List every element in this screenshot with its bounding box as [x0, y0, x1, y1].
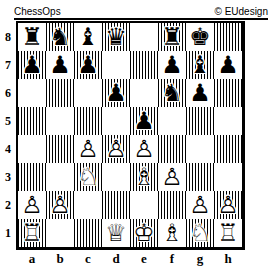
piece-white-pawn[interactable]: ♟♙ [130, 135, 158, 163]
square-a3[interactable] [18, 163, 46, 191]
square-f2[interactable] [158, 191, 186, 219]
square-e6[interactable] [130, 79, 158, 107]
title-bar: ChessOps © EUdesign [14, 0, 268, 20]
square-f7[interactable]: ♟ [158, 51, 186, 79]
board: ♜♞♝♛♜♚♟♟♟♟♝♟♟♞♟♟♟♙♟♙♟♙♞♘♝♗♟♙♟♙♟♙♟♙♟♙♜♖♛♕… [18, 23, 242, 247]
piece-white-knight-outline: ♘ [186, 219, 214, 247]
piece-black-pawn[interactable]: ♟ [18, 51, 46, 79]
square-f6[interactable]: ♞ [158, 79, 186, 107]
square-c1[interactable] [74, 219, 102, 247]
piece-white-bishop[interactable]: ♝♗ [130, 163, 158, 191]
square-g1[interactable]: ♞♘ [186, 219, 214, 247]
piece-white-pawn-outline: ♙ [214, 191, 242, 219]
square-e3[interactable]: ♝♗ [130, 163, 158, 191]
square-f1[interactable]: ♝♗ [158, 219, 186, 247]
file-label-f: f [158, 250, 186, 268]
piece-white-pawn-outline: ♙ [130, 135, 158, 163]
square-d7[interactable] [102, 51, 130, 79]
square-g7[interactable]: ♝ [186, 51, 214, 79]
square-d2[interactable] [102, 191, 130, 219]
piece-black-pawn[interactable]: ♟ [158, 51, 186, 79]
square-a8[interactable]: ♜ [18, 23, 46, 51]
square-h4[interactable] [214, 135, 242, 163]
square-g2[interactable]: ♟♙ [186, 191, 214, 219]
square-d1[interactable]: ♛♕ [102, 219, 130, 247]
rank-label-8: 8 [0, 23, 16, 51]
board-area: 87654321 ♜♞♝♛♜♚♟♟♟♟♝♟♟♞♟♟♟♙♟♙♟♙♞♘♝♗♟♙♟♙♟… [0, 21, 270, 250]
piece-black-pawn[interactable]: ♟ [46, 51, 74, 79]
square-f5[interactable] [158, 107, 186, 135]
square-b1[interactable] [46, 219, 74, 247]
piece-black-king[interactable]: ♚ [186, 23, 214, 51]
square-b3[interactable] [46, 163, 74, 191]
square-d4[interactable]: ♟♙ [102, 135, 130, 163]
square-g4[interactable] [186, 135, 214, 163]
square-b7[interactable]: ♟ [46, 51, 74, 79]
file-label-g: g [186, 250, 214, 268]
piece-white-king[interactable]: ♚♔ [130, 219, 158, 247]
piece-white-rook-outline: ♖ [214, 219, 242, 247]
piece-white-rook-outline: ♖ [18, 219, 46, 247]
rank-label-2: 2 [0, 191, 16, 219]
piece-black-pawn[interactable]: ♟ [130, 107, 158, 135]
square-g8[interactable]: ♚ [186, 23, 214, 51]
piece-white-pawn-outline: ♙ [158, 163, 186, 191]
piece-white-pawn[interactable]: ♟♙ [158, 163, 186, 191]
square-e4[interactable]: ♟♙ [130, 135, 158, 163]
square-c6[interactable] [74, 79, 102, 107]
square-a4[interactable] [18, 135, 46, 163]
piece-white-pawn-outline: ♙ [46, 191, 74, 219]
square-e5[interactable]: ♟ [130, 107, 158, 135]
piece-black-knight[interactable]: ♞ [158, 79, 186, 107]
rank-labels: 87654321 [0, 21, 16, 250]
piece-white-pawn[interactable]: ♟♙ [18, 191, 46, 219]
piece-black-pawn[interactable]: ♟ [102, 79, 130, 107]
piece-black-queen[interactable]: ♛ [102, 23, 130, 51]
piece-white-pawn[interactable]: ♟♙ [74, 135, 102, 163]
piece-white-bishop-outline: ♗ [130, 163, 158, 191]
file-label-e: e [130, 250, 158, 268]
square-a1[interactable]: ♜♖ [18, 219, 46, 247]
square-g5[interactable] [186, 107, 214, 135]
square-b2[interactable]: ♟♙ [46, 191, 74, 219]
piece-white-rook[interactable]: ♜♖ [214, 219, 242, 247]
square-a2[interactable]: ♟♙ [18, 191, 46, 219]
square-b4[interactable] [46, 135, 74, 163]
square-g6[interactable]: ♟ [186, 79, 214, 107]
piece-white-bishop[interactable]: ♝♗ [158, 219, 186, 247]
square-h5[interactable] [214, 107, 242, 135]
file-label-h: h [214, 250, 242, 268]
file-label-a: a [18, 250, 46, 268]
square-c2[interactable] [74, 191, 102, 219]
square-c8[interactable]: ♝ [74, 23, 102, 51]
square-h3[interactable] [214, 163, 242, 191]
piece-white-knight[interactable]: ♞♘ [74, 163, 102, 191]
square-b8[interactable]: ♞ [46, 23, 74, 51]
piece-black-rook[interactable]: ♜ [158, 23, 186, 51]
piece-white-pawn-outline: ♙ [186, 191, 214, 219]
piece-white-queen[interactable]: ♛♕ [102, 219, 130, 247]
square-f3[interactable]: ♟♙ [158, 163, 186, 191]
credit-text: © EUdesign [214, 6, 268, 18]
square-c4[interactable]: ♟♙ [74, 135, 102, 163]
square-c7[interactable]: ♟ [74, 51, 102, 79]
square-f8[interactable]: ♜ [158, 23, 186, 51]
piece-black-bishop[interactable]: ♝ [186, 51, 214, 79]
rank-label-3: 3 [0, 163, 16, 191]
piece-white-pawn-outline: ♙ [74, 135, 102, 163]
square-e1[interactable]: ♚♔ [130, 219, 158, 247]
square-d5[interactable] [102, 107, 130, 135]
piece-black-knight[interactable]: ♞ [46, 23, 74, 51]
square-d8[interactable]: ♛ [102, 23, 130, 51]
square-a6[interactable] [18, 79, 46, 107]
square-e8[interactable] [130, 23, 158, 51]
board-frame: ♜♞♝♛♜♚♟♟♟♟♝♟♟♞♟♟♟♙♟♙♟♙♞♘♝♗♟♙♟♙♟♙♟♙♟♙♜♖♛♕… [16, 21, 245, 250]
piece-white-pawn-outline: ♙ [18, 191, 46, 219]
rank-label-6: 6 [0, 79, 16, 107]
square-c5[interactable] [74, 107, 102, 135]
piece-white-pawn[interactable]: ♟♙ [102, 135, 130, 163]
square-a5[interactable] [18, 107, 46, 135]
file-label-d: d [102, 250, 130, 268]
square-h1[interactable]: ♜♖ [214, 219, 242, 247]
square-f4[interactable] [158, 135, 186, 163]
piece-white-pawn[interactable]: ♟♙ [46, 191, 74, 219]
piece-white-rook[interactable]: ♜♖ [18, 219, 46, 247]
piece-white-bishop-outline: ♗ [158, 219, 186, 247]
square-b5[interactable] [46, 107, 74, 135]
piece-white-king-outline: ♔ [130, 219, 158, 247]
square-b6[interactable] [46, 79, 74, 107]
rank-label-7: 7 [0, 51, 16, 79]
rank-label-4: 4 [0, 135, 16, 163]
piece-black-pawn[interactable]: ♟ [186, 79, 214, 107]
piece-white-knight[interactable]: ♞♘ [186, 219, 214, 247]
square-e7[interactable] [130, 51, 158, 79]
square-c3[interactable]: ♞♘ [74, 163, 102, 191]
square-d3[interactable] [102, 163, 130, 191]
square-d6[interactable]: ♟ [102, 79, 130, 107]
piece-white-pawn[interactable]: ♟♙ [214, 191, 242, 219]
piece-black-bishop[interactable]: ♝ [74, 23, 102, 51]
piece-black-pawn[interactable]: ♟ [74, 51, 102, 79]
square-a7[interactable]: ♟ [18, 51, 46, 79]
piece-white-queen-outline: ♕ [102, 219, 130, 247]
file-label-c: c [74, 250, 102, 268]
square-g3[interactable] [186, 163, 214, 191]
file-label-b: b [46, 250, 74, 268]
piece-white-pawn-outline: ♙ [102, 135, 130, 163]
file-labels: abcdefgh [18, 250, 270, 268]
square-e2[interactable] [130, 191, 158, 219]
piece-black-pawn[interactable]: ♟ [214, 51, 242, 79]
piece-black-rook[interactable]: ♜ [18, 23, 46, 51]
square-h7[interactable]: ♟ [214, 51, 242, 79]
rank-label-1: 1 [0, 219, 16, 247]
square-h2[interactable]: ♟♙ [214, 191, 242, 219]
square-h6[interactable] [214, 79, 242, 107]
app-title: ChessOps [14, 6, 61, 18]
piece-white-pawn[interactable]: ♟♙ [186, 191, 214, 219]
piece-white-knight-outline: ♘ [74, 163, 102, 191]
square-h8[interactable] [214, 23, 242, 51]
rank-label-5: 5 [0, 107, 16, 135]
